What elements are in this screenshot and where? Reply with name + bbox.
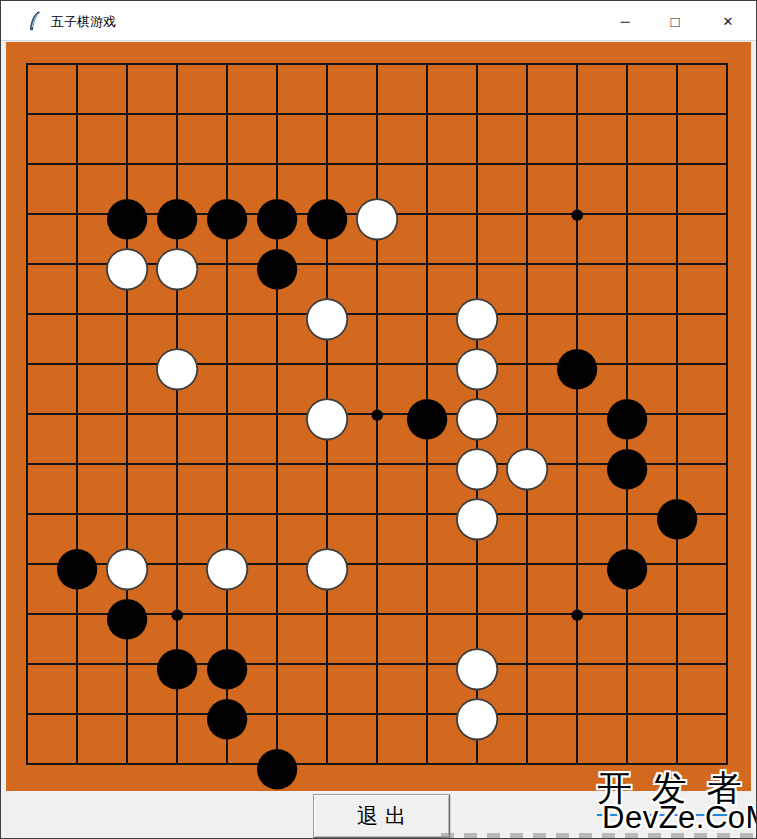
stone-black: ● [251,238,304,291]
stone-white: ● [451,688,504,741]
stone-black: ● [201,688,254,741]
window-title: 五子棋游戏 [51,13,116,31]
window-controls: ─ □ ✕ [600,1,756,41]
stone-black: ● [651,488,704,541]
grid-line-horizontal [26,713,728,715]
grid-line-horizontal [26,513,728,515]
title-bar[interactable]: 五子棋游戏 ─ □ ✕ [1,1,756,41]
grid-line-horizontal [26,663,728,665]
star-point: ● [570,207,583,222]
minimize-button[interactable]: ─ [600,1,650,41]
grid-line-vertical [726,63,728,765]
stone-white: ● [301,388,354,441]
stone-white: ● [301,538,354,591]
watermark-line2: DevZe.CoM [602,800,757,836]
stone-black: ● [551,338,604,391]
stone-white: ● [301,288,354,341]
star-point: ● [370,407,383,422]
stone-black: ● [101,588,154,641]
stone-black: ● [201,188,254,241]
stone-white: ● [151,338,204,391]
grid-line-vertical [676,63,678,765]
board-canvas[interactable]: ●●●●●●●●●●●●●●●●●●●●●●●●●●●●●●●●●●●●●●●● [6,42,751,791]
app-window: 五子棋游戏 ─ □ ✕ ●●●●●●●●●●●●●●●●●●●●●●●●●●●●… [0,0,757,839]
stone-black: ● [601,438,654,491]
star-point: ● [170,607,183,622]
close-button[interactable]: ✕ [700,1,756,41]
star-point: ● [570,607,583,622]
stone-black: ● [51,538,104,591]
exit-button[interactable]: 退出 [313,794,450,838]
stone-black: ● [151,638,204,691]
stone-white: ● [351,188,404,241]
stone-white: ● [501,438,554,491]
stone-black: ● [601,538,654,591]
stone-black: ● [251,738,304,791]
stone-white: ● [201,538,254,591]
stone-white: ● [151,238,204,291]
grid-line-vertical [526,63,528,765]
tk-feather-icon[interactable] [26,11,41,31]
stone-white: ● [451,488,504,541]
stone-black: ● [401,388,454,441]
stone-black: ● [301,188,354,241]
grid-line-vertical [576,63,578,765]
maximize-button[interactable]: □ [650,1,700,41]
stone-white: ● [101,238,154,291]
